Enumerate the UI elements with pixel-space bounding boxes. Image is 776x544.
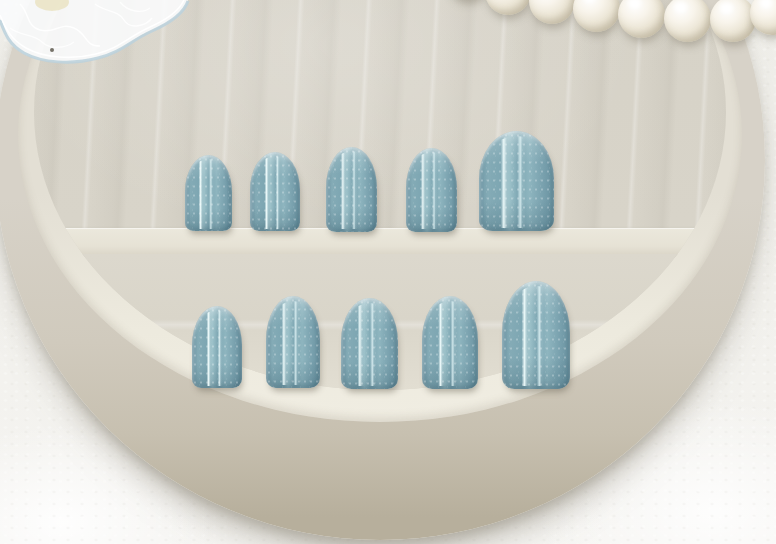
pearl-bead [710,0,756,42]
pearl-bead [664,0,711,42]
pearl-bead [618,0,665,38]
pearl-bead [573,0,620,32]
pearl-bead [485,0,531,15]
pearl-bead [529,0,575,24]
pearl-bead [750,0,776,35]
product-photo [0,0,776,544]
pearl-necklace [0,0,776,544]
